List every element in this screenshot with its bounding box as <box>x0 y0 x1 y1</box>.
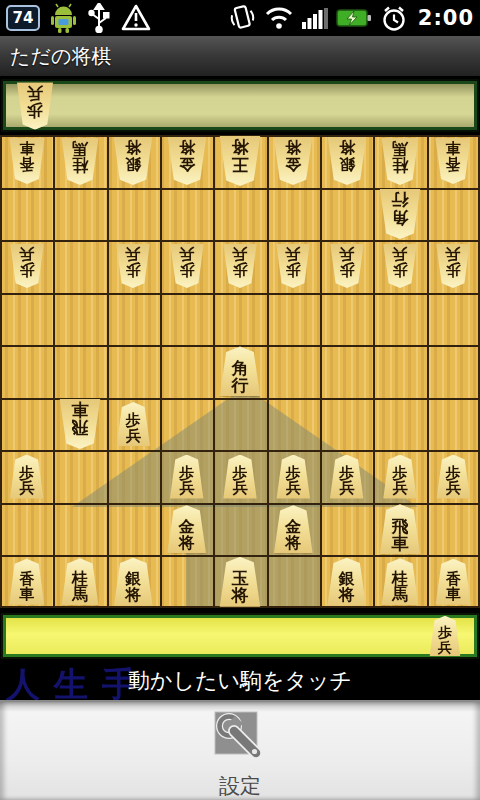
board-cell[interactable] <box>107 503 160 556</box>
board-cell[interactable] <box>107 293 160 346</box>
board-cell[interactable] <box>427 398 480 451</box>
shogi-piece[interactable]: 王将 <box>217 136 263 186</box>
board-cell[interactable] <box>213 503 266 556</box>
shogi-piece[interactable]: 金将 <box>165 505 209 553</box>
board-cell[interactable] <box>53 188 106 241</box>
app-title: ただの将棋 <box>10 43 111 70</box>
board-cell[interactable]: 歩兵 <box>107 398 160 451</box>
shogi-piece[interactable]: 玉将 <box>217 557 263 607</box>
captured-tray-white[interactable]: 歩兵 <box>0 78 480 133</box>
board-cell[interactable] <box>427 293 480 346</box>
board-cell[interactable] <box>0 398 53 451</box>
shogi-piece[interactable]: 桂馬 <box>59 558 101 605</box>
board-cell[interactable]: 金将 <box>267 135 320 188</box>
board-cell[interactable]: 桂馬 <box>53 135 106 188</box>
board-cell[interactable] <box>373 345 426 398</box>
board-cell[interactable] <box>427 503 480 556</box>
board-cell[interactable]: 角行 <box>373 188 426 241</box>
board-cell[interactable]: 歩兵 <box>107 240 160 293</box>
shogi-piece[interactable]: 歩兵 <box>14 82 55 130</box>
board-cell[interactable]: 歩兵 <box>267 240 320 293</box>
shogi-piece[interactable]: 歩兵 <box>221 455 259 499</box>
shogi-piece[interactable]: 飛車 <box>57 399 103 449</box>
board-cells: 香車桂馬銀将金将王将金将銀将桂馬香車角行歩兵歩兵歩兵歩兵歩兵歩兵歩兵歩兵角行飛車… <box>0 135 480 608</box>
board-cell[interactable]: 歩兵 <box>0 240 53 293</box>
board-cell[interactable]: 金将 <box>160 503 213 556</box>
shogi-piece[interactable]: 金将 <box>271 505 315 553</box>
board-cell[interactable] <box>267 555 320 608</box>
board-cell[interactable] <box>373 293 426 346</box>
shogi-piece[interactable]: 銀将 <box>111 137 155 185</box>
options-menu-panel: 設定 <box>0 700 480 800</box>
shogi-piece[interactable]: 銀将 <box>111 558 155 606</box>
board-cell[interactable]: 王将 <box>213 135 266 188</box>
phone-screen: 74 <box>0 0 480 800</box>
shogi-piece[interactable]: 銀将 <box>325 137 369 185</box>
board-cell[interactable] <box>160 188 213 241</box>
shogi-piece[interactable]: 歩兵 <box>8 244 46 288</box>
board-cell[interactable]: 歩兵 <box>160 240 213 293</box>
board-cell[interactable] <box>373 398 426 451</box>
board-cell[interactable] <box>53 345 106 398</box>
shogi-piece[interactable]: 金将 <box>165 137 209 185</box>
board-cell[interactable] <box>0 503 53 556</box>
shogi-piece[interactable]: 金将 <box>271 137 315 185</box>
board-cell[interactable]: 香車 <box>427 555 480 608</box>
board-cell[interactable]: 玉将 <box>213 555 266 608</box>
board-cell[interactable]: 歩兵 <box>213 450 266 503</box>
shogi-piece[interactable]: 歩兵 <box>428 616 463 656</box>
board-cell[interactable]: 歩兵 <box>160 450 213 503</box>
board-cell[interactable]: 香車 <box>0 135 53 188</box>
board-cell[interactable]: 銀将 <box>320 135 373 188</box>
shogi-piece[interactable]: 歩兵 <box>274 455 312 499</box>
shogi-piece[interactable]: 歩兵 <box>328 455 366 499</box>
wrench-icon <box>209 708 271 770</box>
board-cell[interactable] <box>107 345 160 398</box>
shogi-piece[interactable]: 桂馬 <box>379 138 421 185</box>
warning-triangle-icon <box>121 4 151 32</box>
board-cell[interactable] <box>0 345 53 398</box>
board-cell[interactable]: 金将 <box>267 503 320 556</box>
board-cell[interactable]: 歩兵 <box>373 450 426 503</box>
status-bar: 74 <box>0 0 480 36</box>
shogi-piece[interactable]: 桂馬 <box>379 558 421 605</box>
alarm-clock-icon <box>380 4 408 32</box>
board-cell[interactable] <box>107 450 160 503</box>
board-cell[interactable]: 桂馬 <box>373 135 426 188</box>
board-cell[interactable]: 香車 <box>427 135 480 188</box>
board-cell[interactable] <box>213 398 266 451</box>
board-cell[interactable]: 飛車 <box>373 503 426 556</box>
shogi-piece[interactable]: 歩兵 <box>381 244 419 288</box>
board-cell[interactable] <box>160 345 213 398</box>
board-cell[interactable] <box>53 503 106 556</box>
board-cell[interactable]: 桂馬 <box>373 555 426 608</box>
board-cell[interactable]: 香車 <box>0 555 53 608</box>
shogi-piece[interactable]: 角行 <box>217 346 263 396</box>
board-cell[interactable] <box>53 293 106 346</box>
android-robot-icon <box>50 3 77 33</box>
board-cell[interactable]: 歩兵 <box>0 450 53 503</box>
board-cell[interactable] <box>0 188 53 241</box>
shogi-piece[interactable]: 歩兵 <box>168 244 206 288</box>
board-cell[interactable]: 歩兵 <box>320 450 373 503</box>
board-cell[interactable]: 角行 <box>213 345 266 398</box>
signal-strength-icon <box>302 6 328 30</box>
shogi-piece[interactable]: 歩兵 <box>114 244 152 288</box>
shogi-piece[interactable]: 歩兵 <box>274 244 312 288</box>
board-cell[interactable] <box>267 293 320 346</box>
battery-percent-badge: 74 <box>6 5 40 31</box>
shogi-piece[interactable]: 角行 <box>377 189 423 239</box>
shogi-piece[interactable]: 歩兵 <box>168 455 206 499</box>
board-cell[interactable]: 銀将 <box>107 135 160 188</box>
board-cell[interactable] <box>320 293 373 346</box>
board-cell[interactable] <box>160 555 213 608</box>
board-cell[interactable] <box>213 293 266 346</box>
shogi-piece[interactable]: 歩兵 <box>434 455 472 499</box>
board-cell[interactable] <box>267 188 320 241</box>
board-cell[interactable]: 桂馬 <box>53 555 106 608</box>
board-cell[interactable]: 歩兵 <box>373 240 426 293</box>
board-cell[interactable] <box>53 450 106 503</box>
shogi-piece[interactable]: 飛車 <box>377 504 423 554</box>
board-cell[interactable]: 歩兵 <box>267 450 320 503</box>
board-cell[interactable]: 歩兵 <box>427 450 480 503</box>
board-cell[interactable] <box>213 188 266 241</box>
board-cell[interactable] <box>427 188 480 241</box>
captured-tray-white-inner: 歩兵 <box>3 81 477 130</box>
board-cell[interactable] <box>0 293 53 346</box>
shogi-board: 香車桂馬銀将金将王将金将銀将桂馬香車角行歩兵歩兵歩兵歩兵歩兵歩兵歩兵歩兵角行飛車… <box>0 135 480 608</box>
battery-charging-icon <box>336 7 372 29</box>
shogi-piece[interactable]: 歩兵 <box>8 455 46 499</box>
shogi-piece[interactable]: 香車 <box>7 559 47 605</box>
shogi-piece[interactable]: 歩兵 <box>381 455 419 499</box>
shogi-piece[interactable]: 香車 <box>433 559 473 605</box>
shogi-piece[interactable]: 香車 <box>7 138 47 184</box>
title-bar: ただの将棋 <box>0 36 480 77</box>
board-cell[interactable] <box>427 345 480 398</box>
board-cell[interactable]: 飛車 <box>53 398 106 451</box>
clock-time: 2:00 <box>418 6 474 30</box>
board-cell[interactable] <box>160 293 213 346</box>
shogi-piece[interactable]: 桂馬 <box>59 138 101 185</box>
settings-label: 設定 <box>219 772 261 800</box>
instruction-message: 動かしたい駒をタッチ <box>0 662 480 700</box>
board-cell[interactable] <box>107 188 160 241</box>
board-cell[interactable]: 金将 <box>160 135 213 188</box>
board-cell[interactable] <box>320 503 373 556</box>
board-cell[interactable]: 歩兵 <box>213 240 266 293</box>
board-cell[interactable] <box>267 398 320 451</box>
shogi-piece[interactable]: 歩兵 <box>221 244 259 288</box>
settings-button[interactable]: 設定 <box>209 708 271 800</box>
shogi-piece[interactable]: 歩兵 <box>328 244 366 288</box>
vibrate-icon <box>228 4 256 32</box>
shogi-piece[interactable]: 銀将 <box>325 558 369 606</box>
board-cell[interactable] <box>320 398 373 451</box>
board-cell[interactable] <box>320 188 373 241</box>
board-cell[interactable]: 銀将 <box>107 555 160 608</box>
board-cell[interactable]: 歩兵 <box>427 240 480 293</box>
board-cell[interactable] <box>267 345 320 398</box>
shogi-piece[interactable]: 香車 <box>433 138 473 184</box>
board-cell[interactable]: 歩兵 <box>320 240 373 293</box>
captured-tray-black[interactable]: 歩兵 <box>0 612 480 660</box>
board-cell[interactable] <box>320 345 373 398</box>
board-cell[interactable]: 銀将 <box>320 555 373 608</box>
board-cell[interactable] <box>160 398 213 451</box>
shogi-piece[interactable]: 歩兵 <box>114 402 152 446</box>
shogi-piece[interactable]: 歩兵 <box>434 244 472 288</box>
wifi-icon <box>264 5 294 31</box>
captured-tray-black-inner: 歩兵 <box>3 615 477 657</box>
message-bar: 人生手 動かしたい駒をタッチ <box>0 662 480 700</box>
board-cell[interactable] <box>53 240 106 293</box>
usb-icon <box>87 3 111 33</box>
